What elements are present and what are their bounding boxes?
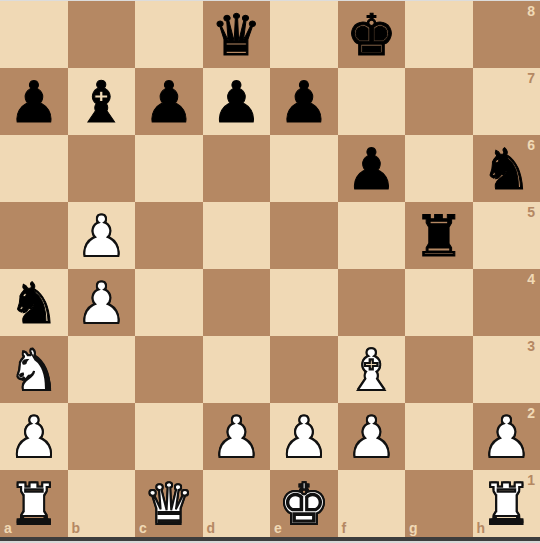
rank-label-4: 4: [527, 272, 535, 286]
square-b8[interactable]: [68, 1, 136, 68]
square-g3[interactable]: [405, 336, 473, 403]
piece-white-pawn[interactable]: ♟: [211, 404, 262, 471]
piece-white-pawn[interactable]: ♟: [76, 270, 127, 337]
square-f6[interactable]: ♟: [338, 135, 406, 202]
piece-black-knight[interactable]: ♞: [481, 136, 532, 203]
file-label-d: d: [207, 521, 216, 535]
piece-black-pawn[interactable]: ♟: [211, 69, 262, 136]
square-g1[interactable]: g: [405, 470, 473, 537]
rank-label-5: 5: [527, 205, 535, 219]
piece-white-pawn[interactable]: ♟: [278, 404, 329, 471]
square-b4[interactable]: ♟: [68, 269, 136, 336]
square-c2[interactable]: [135, 403, 203, 470]
square-f3[interactable]: ♝: [338, 336, 406, 403]
square-c1[interactable]: c♛: [135, 470, 203, 537]
square-f7[interactable]: [338, 68, 406, 135]
rank-label-7: 7: [527, 71, 535, 85]
square-g6[interactable]: [405, 135, 473, 202]
piece-white-pawn[interactable]: ♟: [8, 404, 59, 471]
square-h2[interactable]: 2♟: [473, 403, 540, 470]
piece-black-bishop[interactable]: ♝: [76, 69, 127, 136]
square-h7[interactable]: 7: [473, 68, 540, 135]
square-h1[interactable]: 1h♜: [473, 470, 540, 537]
rank-label-3: 3: [527, 339, 535, 353]
board-frame: ♛♚8♟♝♟♟♟7♟6♞♟♜5♞♟4♞♝3♟♟♟♟2♟a♜bc♛de♚fg1h♜: [0, 0, 540, 543]
piece-black-pawn[interactable]: ♟: [346, 136, 397, 203]
square-c8[interactable]: [135, 1, 203, 68]
file-label-g: g: [409, 521, 418, 535]
square-a6[interactable]: [0, 135, 68, 202]
square-g5[interactable]: ♜: [405, 202, 473, 269]
square-h8[interactable]: 8: [473, 1, 540, 68]
square-f8[interactable]: ♚: [338, 1, 406, 68]
square-c7[interactable]: ♟: [135, 68, 203, 135]
square-g4[interactable]: [405, 269, 473, 336]
piece-black-queen[interactable]: ♛: [211, 2, 262, 69]
square-b7[interactable]: ♝: [68, 68, 136, 135]
square-d7[interactable]: ♟: [203, 68, 271, 135]
square-g7[interactable]: [405, 68, 473, 135]
square-d2[interactable]: ♟: [203, 403, 271, 470]
square-h3[interactable]: 3: [473, 336, 540, 403]
piece-white-bishop[interactable]: ♝: [346, 337, 397, 404]
piece-white-pawn[interactable]: ♟: [346, 404, 397, 471]
piece-white-knight[interactable]: ♞: [8, 337, 59, 404]
piece-black-pawn[interactable]: ♟: [143, 69, 194, 136]
file-label-b: b: [72, 521, 81, 535]
piece-black-pawn[interactable]: ♟: [278, 69, 329, 136]
square-f2[interactable]: ♟: [338, 403, 406, 470]
square-h6[interactable]: 6♞: [473, 135, 540, 202]
piece-white-king[interactable]: ♚: [278, 471, 329, 538]
square-e6[interactable]: [270, 135, 338, 202]
square-f1[interactable]: f: [338, 470, 406, 537]
square-e3[interactable]: [270, 336, 338, 403]
square-d4[interactable]: [203, 269, 271, 336]
square-h5[interactable]: 5: [473, 202, 540, 269]
chess-board: ♛♚8♟♝♟♟♟7♟6♞♟♜5♞♟4♞♝3♟♟♟♟2♟a♜bc♛de♚fg1h♜: [0, 1, 540, 537]
square-d1[interactable]: d: [203, 470, 271, 537]
piece-black-knight[interactable]: ♞: [8, 270, 59, 337]
square-c4[interactable]: [135, 269, 203, 336]
square-a8[interactable]: [0, 1, 68, 68]
square-a3[interactable]: ♞: [0, 336, 68, 403]
piece-black-pawn[interactable]: ♟: [8, 69, 59, 136]
square-b1[interactable]: b: [68, 470, 136, 537]
square-f4[interactable]: [338, 269, 406, 336]
piece-black-rook[interactable]: ♜: [413, 203, 464, 270]
square-b6[interactable]: [68, 135, 136, 202]
square-a5[interactable]: [0, 202, 68, 269]
file-label-f: f: [342, 521, 347, 535]
piece-white-queen[interactable]: ♛: [143, 471, 194, 538]
piece-white-pawn[interactable]: ♟: [481, 404, 532, 471]
piece-white-pawn[interactable]: ♟: [76, 203, 127, 270]
square-c3[interactable]: [135, 336, 203, 403]
square-c6[interactable]: [135, 135, 203, 202]
square-a1[interactable]: a♜: [0, 470, 68, 537]
square-b3[interactable]: [68, 336, 136, 403]
square-a7[interactable]: ♟: [0, 68, 68, 135]
square-h4[interactable]: 4: [473, 269, 540, 336]
square-e7[interactable]: ♟: [270, 68, 338, 135]
piece-white-rook[interactable]: ♜: [481, 471, 532, 538]
square-f5[interactable]: [338, 202, 406, 269]
square-d8[interactable]: ♛: [203, 1, 271, 68]
square-e5[interactable]: [270, 202, 338, 269]
square-d5[interactable]: [203, 202, 271, 269]
square-e2[interactable]: ♟: [270, 403, 338, 470]
square-e1[interactable]: e♚: [270, 470, 338, 537]
square-g2[interactable]: [405, 403, 473, 470]
square-e8[interactable]: [270, 1, 338, 68]
rank-label-8: 8: [527, 4, 535, 18]
square-g8[interactable]: [405, 1, 473, 68]
square-b5[interactable]: ♟: [68, 202, 136, 269]
square-b2[interactable]: [68, 403, 136, 470]
square-c5[interactable]: [135, 202, 203, 269]
piece-white-rook[interactable]: ♜: [8, 471, 59, 538]
square-a4[interactable]: ♞: [0, 269, 68, 336]
square-e4[interactable]: [270, 269, 338, 336]
piece-black-king[interactable]: ♚: [346, 2, 397, 69]
square-d6[interactable]: [203, 135, 271, 202]
square-a2[interactable]: ♟: [0, 403, 68, 470]
square-d3[interactable]: [203, 336, 271, 403]
